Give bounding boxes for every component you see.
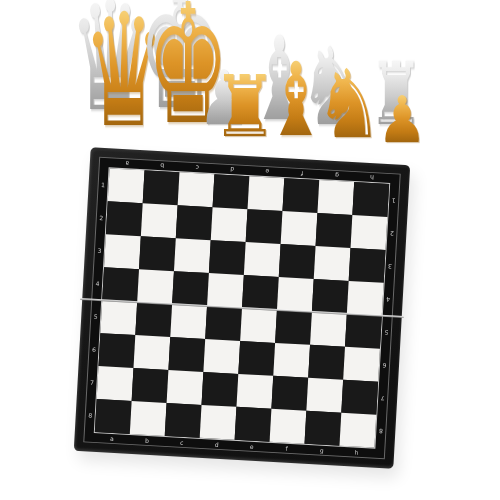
square-h6 bbox=[343, 347, 380, 382]
rank-label-5: 5 bbox=[381, 316, 392, 349]
square-e5 bbox=[240, 308, 277, 343]
square-d2 bbox=[211, 207, 248, 242]
square-g1 bbox=[317, 180, 354, 215]
square-e8 bbox=[235, 407, 272, 442]
square-c2 bbox=[176, 205, 213, 240]
square-h7 bbox=[341, 380, 378, 415]
square-d3 bbox=[209, 240, 246, 275]
square-a1 bbox=[108, 168, 145, 203]
square-a8 bbox=[95, 399, 132, 434]
square-b5 bbox=[135, 302, 172, 337]
square-e1 bbox=[248, 176, 285, 211]
square-e6 bbox=[238, 341, 275, 376]
square-a3 bbox=[104, 234, 141, 269]
rank-label-3: 3 bbox=[385, 250, 396, 283]
square-f3 bbox=[279, 244, 316, 279]
square-h3 bbox=[349, 248, 386, 283]
square-f7 bbox=[271, 376, 308, 411]
square-b2 bbox=[141, 203, 178, 238]
square-e7 bbox=[236, 374, 273, 409]
square-a7 bbox=[97, 366, 134, 401]
square-f1 bbox=[282, 178, 319, 213]
square-h8 bbox=[339, 413, 376, 448]
square-h5 bbox=[345, 314, 382, 349]
square-a6 bbox=[99, 333, 136, 368]
rank-label-8: 8 bbox=[375, 415, 386, 448]
square-g6 bbox=[308, 345, 345, 380]
rank-label-7: 7 bbox=[377, 382, 388, 415]
square-b6 bbox=[133, 335, 170, 370]
square-f4 bbox=[277, 277, 314, 312]
square-d4 bbox=[207, 273, 244, 308]
square-f6 bbox=[273, 343, 310, 378]
square-a2 bbox=[106, 201, 143, 236]
square-b8 bbox=[130, 401, 167, 436]
square-d1 bbox=[213, 174, 250, 209]
rank-label-4: 4 bbox=[383, 283, 394, 316]
square-c1 bbox=[178, 172, 215, 207]
gold-pawn-glyph: ♟ bbox=[377, 88, 427, 152]
square-b3 bbox=[139, 236, 176, 271]
square-d6 bbox=[203, 339, 240, 374]
square-c8 bbox=[165, 403, 202, 438]
square-h4 bbox=[347, 281, 384, 316]
square-g7 bbox=[306, 378, 343, 413]
square-a5 bbox=[100, 300, 137, 335]
rank-label-2: 2 bbox=[386, 217, 397, 250]
chessboard: abcdefgh 12345678 12345678 abcdefgh bbox=[74, 147, 410, 468]
square-c7 bbox=[167, 370, 204, 405]
rank-label-1: 1 bbox=[388, 184, 399, 217]
square-c3 bbox=[174, 238, 211, 273]
square-c4 bbox=[172, 271, 209, 306]
chess-set-photo: ♛♛♚♚♟♜♝♝♞♞♜♟ abcdefgh 12345678 12345678 … bbox=[0, 0, 500, 500]
square-g4 bbox=[312, 279, 349, 314]
square-g8 bbox=[305, 411, 342, 446]
square-g3 bbox=[314, 246, 351, 281]
square-d5 bbox=[205, 306, 242, 341]
square-h1 bbox=[352, 182, 389, 217]
square-b4 bbox=[137, 269, 174, 304]
square-h2 bbox=[351, 215, 388, 250]
square-c5 bbox=[170, 304, 207, 339]
square-f5 bbox=[275, 310, 312, 345]
square-a4 bbox=[102, 267, 139, 302]
square-g2 bbox=[316, 213, 353, 248]
rank-label-6: 6 bbox=[379, 349, 390, 382]
square-f8 bbox=[270, 409, 307, 444]
square-e2 bbox=[246, 209, 283, 244]
square-b1 bbox=[143, 170, 180, 205]
square-e4 bbox=[242, 275, 279, 310]
square-b7 bbox=[132, 368, 169, 403]
square-c6 bbox=[168, 337, 205, 372]
square-e3 bbox=[244, 242, 281, 277]
square-d8 bbox=[200, 405, 237, 440]
square-g5 bbox=[310, 312, 347, 347]
square-d7 bbox=[202, 372, 239, 407]
square-f2 bbox=[281, 211, 318, 246]
